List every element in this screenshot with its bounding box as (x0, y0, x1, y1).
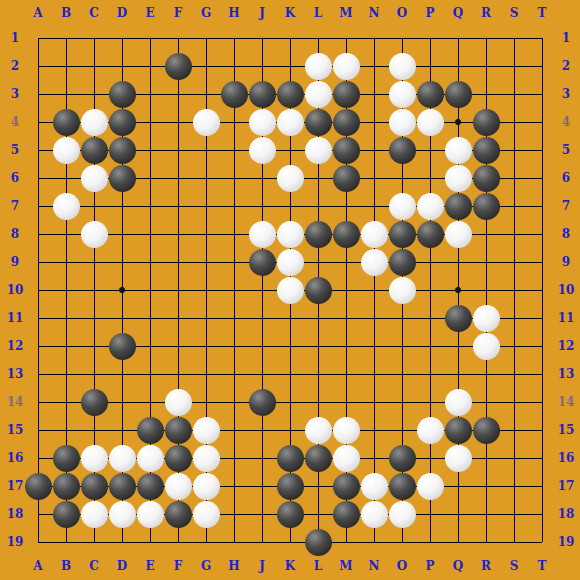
col-label-bottom-T: T (530, 559, 554, 573)
white-stone-P4[interactable] (417, 109, 444, 136)
col-label-top-N: N (362, 6, 386, 20)
black-stone-C14[interactable] (81, 389, 108, 416)
white-stone-P7[interactable] (417, 193, 444, 220)
col-label-top-B: B (54, 6, 78, 20)
row-label-left-2: 2 (3, 59, 27, 73)
col-label-top-H: H (222, 6, 246, 20)
black-stone-R5[interactable] (473, 137, 500, 164)
white-stone-Q8[interactable] (445, 221, 472, 248)
white-stone-O4[interactable] (389, 109, 416, 136)
col-label-top-G: G (194, 6, 218, 20)
row-label-left-18: 18 (3, 507, 27, 521)
col-label-top-L: L (306, 6, 330, 20)
black-stone-Q3[interactable] (445, 81, 472, 108)
black-stone-B4[interactable] (53, 109, 80, 136)
col-label-top-K: K (278, 6, 302, 20)
row-label-left-12: 12 (3, 339, 27, 353)
row-label-left-9: 9 (3, 255, 27, 269)
row-label-right-14: 14 (554, 395, 578, 409)
white-stone-G17[interactable] (193, 473, 220, 500)
col-label-top-P: P (418, 6, 442, 20)
black-stone-L10[interactable] (305, 277, 332, 304)
white-stone-C8[interactable] (81, 221, 108, 248)
white-stone-P17[interactable] (417, 473, 444, 500)
white-stone-D18[interactable] (109, 501, 136, 528)
star-point (455, 287, 461, 293)
black-stone-O9[interactable] (389, 249, 416, 276)
col-label-bottom-Q: Q (446, 559, 470, 573)
row-label-right-3: 3 (554, 87, 578, 101)
white-stone-N8[interactable] (361, 221, 388, 248)
row-label-left-3: 3 (3, 87, 27, 101)
black-stone-D6[interactable] (109, 165, 136, 192)
black-stone-A17[interactable] (25, 473, 52, 500)
go-board[interactable]: AABBCCDDEEFFGGHHJJKKLLMMNNOOPPQQRRSSTT11… (0, 0, 580, 580)
black-stone-F18[interactable] (165, 501, 192, 528)
white-stone-J8[interactable] (249, 221, 276, 248)
row-label-left-15: 15 (3, 423, 27, 437)
white-stone-O7[interactable] (389, 193, 416, 220)
col-label-bottom-P: P (418, 559, 442, 573)
col-label-bottom-F: F (166, 559, 190, 573)
white-stone-Q16[interactable] (445, 445, 472, 472)
white-stone-L2[interactable] (305, 53, 332, 80)
white-stone-Q6[interactable] (445, 165, 472, 192)
black-stone-O5[interactable] (389, 137, 416, 164)
row-label-left-8: 8 (3, 227, 27, 241)
col-label-bottom-N: N (362, 559, 386, 573)
col-label-bottom-E: E (138, 559, 162, 573)
white-stone-R12[interactable] (473, 333, 500, 360)
col-label-top-T: T (530, 6, 554, 20)
white-stone-C16[interactable] (81, 445, 108, 472)
row-label-right-8: 8 (554, 227, 578, 241)
black-stone-O17[interactable] (389, 473, 416, 500)
black-stone-P8[interactable] (417, 221, 444, 248)
black-stone-H3[interactable] (221, 81, 248, 108)
white-stone-G16[interactable] (193, 445, 220, 472)
black-stone-D17[interactable] (109, 473, 136, 500)
white-stone-P15[interactable] (417, 417, 444, 444)
black-stone-C5[interactable] (81, 137, 108, 164)
black-stone-M18[interactable] (333, 501, 360, 528)
row-label-left-1: 1 (3, 31, 27, 45)
white-stone-B7[interactable] (53, 193, 80, 220)
black-stone-F2[interactable] (165, 53, 192, 80)
white-stone-N18[interactable] (361, 501, 388, 528)
black-stone-K16[interactable] (277, 445, 304, 472)
row-label-right-4: 4 (554, 115, 578, 129)
col-label-top-F: F (166, 6, 190, 20)
white-stone-N17[interactable] (361, 473, 388, 500)
row-label-left-6: 6 (3, 171, 27, 185)
black-stone-D4[interactable] (109, 109, 136, 136)
col-label-top-A: A (26, 6, 50, 20)
white-stone-C6[interactable] (81, 165, 108, 192)
black-stone-M8[interactable] (333, 221, 360, 248)
black-stone-F16[interactable] (165, 445, 192, 472)
col-label-top-S: S (502, 6, 526, 20)
col-label-bottom-G: G (194, 559, 218, 573)
white-stone-F17[interactable] (165, 473, 192, 500)
row-label-right-6: 6 (554, 171, 578, 185)
white-stone-Q5[interactable] (445, 137, 472, 164)
black-stone-R4[interactable] (473, 109, 500, 136)
white-stone-L15[interactable] (305, 417, 332, 444)
black-stone-M17[interactable] (333, 473, 360, 500)
col-label-bottom-S: S (502, 559, 526, 573)
row-label-right-12: 12 (554, 339, 578, 353)
col-label-top-Q: Q (446, 6, 470, 20)
row-label-right-1: 1 (554, 31, 578, 45)
white-stone-J4[interactable] (249, 109, 276, 136)
col-label-top-M: M (334, 6, 358, 20)
black-stone-L16[interactable] (305, 445, 332, 472)
black-stone-L4[interactable] (305, 109, 332, 136)
black-stone-M6[interactable] (333, 165, 360, 192)
black-stone-Q7[interactable] (445, 193, 472, 220)
white-stone-K6[interactable] (277, 165, 304, 192)
white-stone-C18[interactable] (81, 501, 108, 528)
black-stone-L19[interactable] (305, 529, 332, 556)
white-stone-G18[interactable] (193, 501, 220, 528)
black-stone-C17[interactable] (81, 473, 108, 500)
white-stone-E18[interactable] (137, 501, 164, 528)
black-stone-K18[interactable] (277, 501, 304, 528)
col-label-bottom-H: H (222, 559, 246, 573)
row-label-left-19: 19 (3, 535, 27, 549)
black-stone-D3[interactable] (109, 81, 136, 108)
col-label-bottom-K: K (278, 559, 302, 573)
col-label-top-J: J (250, 6, 274, 20)
black-stone-M5[interactable] (333, 137, 360, 164)
white-stone-M2[interactable] (333, 53, 360, 80)
black-stone-J14[interactable] (249, 389, 276, 416)
black-stone-B18[interactable] (53, 501, 80, 528)
col-label-bottom-M: M (334, 559, 358, 573)
row-label-left-16: 16 (3, 451, 27, 465)
black-stone-J3[interactable] (249, 81, 276, 108)
row-label-right-17: 17 (554, 479, 578, 493)
row-label-right-11: 11 (554, 311, 578, 325)
star-point (455, 119, 461, 125)
star-point (119, 287, 125, 293)
row-label-left-13: 13 (3, 367, 27, 381)
row-label-right-18: 18 (554, 507, 578, 521)
white-stone-B5[interactable] (53, 137, 80, 164)
col-label-bottom-C: C (82, 559, 106, 573)
col-label-top-O: O (390, 6, 414, 20)
row-label-right-2: 2 (554, 59, 578, 73)
white-stone-J5[interactable] (249, 137, 276, 164)
white-stone-C4[interactable] (81, 109, 108, 136)
black-stone-Q11[interactable] (445, 305, 472, 332)
white-stone-D16[interactable] (109, 445, 136, 472)
row-label-right-5: 5 (554, 143, 578, 157)
white-stone-F14[interactable] (165, 389, 192, 416)
col-label-bottom-A: A (26, 559, 50, 573)
white-stone-Q14[interactable] (445, 389, 472, 416)
col-label-top-C: C (82, 6, 106, 20)
white-stone-O10[interactable] (389, 277, 416, 304)
row-label-left-4: 4 (3, 115, 27, 129)
white-stone-R11[interactable] (473, 305, 500, 332)
black-stone-R6[interactable] (473, 165, 500, 192)
white-stone-K4[interactable] (277, 109, 304, 136)
row-label-left-7: 7 (3, 199, 27, 213)
col-label-bottom-O: O (390, 559, 414, 573)
row-label-left-17: 17 (3, 479, 27, 493)
row-label-right-16: 16 (554, 451, 578, 465)
black-stone-R15[interactable] (473, 417, 500, 444)
white-stone-K8[interactable] (277, 221, 304, 248)
black-stone-K3[interactable] (277, 81, 304, 108)
row-label-left-14: 14 (3, 395, 27, 409)
white-stone-G15[interactable] (193, 417, 220, 444)
black-stone-M3[interactable] (333, 81, 360, 108)
col-label-bottom-J: J (250, 559, 274, 573)
white-stone-L3[interactable] (305, 81, 332, 108)
row-label-left-5: 5 (3, 143, 27, 157)
black-stone-J9[interactable] (249, 249, 276, 276)
white-stone-N9[interactable] (361, 249, 388, 276)
row-label-right-7: 7 (554, 199, 578, 213)
col-label-bottom-B: B (54, 559, 78, 573)
white-stone-O3[interactable] (389, 81, 416, 108)
row-label-left-11: 11 (3, 311, 27, 325)
black-stone-Q15[interactable] (445, 417, 472, 444)
col-label-bottom-L: L (306, 559, 330, 573)
white-stone-M15[interactable] (333, 417, 360, 444)
black-stone-F15[interactable] (165, 417, 192, 444)
black-stone-O8[interactable] (389, 221, 416, 248)
black-stone-D12[interactable] (109, 333, 136, 360)
col-label-bottom-R: R (474, 559, 498, 573)
white-stone-L5[interactable] (305, 137, 332, 164)
row-label-right-13: 13 (554, 367, 578, 381)
row-label-right-19: 19 (554, 535, 578, 549)
black-stone-K17[interactable] (277, 473, 304, 500)
black-stone-M4[interactable] (333, 109, 360, 136)
row-label-right-9: 9 (554, 255, 578, 269)
col-label-bottom-D: D (110, 559, 134, 573)
black-stone-B16[interactable] (53, 445, 80, 472)
black-stone-B17[interactable] (53, 473, 80, 500)
black-stone-L8[interactable] (305, 221, 332, 248)
white-stone-G4[interactable] (193, 109, 220, 136)
white-stone-O2[interactable] (389, 53, 416, 80)
black-stone-D5[interactable] (109, 137, 136, 164)
row-label-right-15: 15 (554, 423, 578, 437)
row-label-left-10: 10 (3, 283, 27, 297)
white-stone-M16[interactable] (333, 445, 360, 472)
col-label-top-E: E (138, 6, 162, 20)
black-stone-P3[interactable] (417, 81, 444, 108)
black-stone-O16[interactable] (389, 445, 416, 472)
white-stone-E16[interactable] (137, 445, 164, 472)
col-label-top-D: D (110, 6, 134, 20)
col-label-top-R: R (474, 6, 498, 20)
black-stone-E17[interactable] (137, 473, 164, 500)
black-stone-R7[interactable] (473, 193, 500, 220)
black-stone-E15[interactable] (137, 417, 164, 444)
white-stone-K10[interactable] (277, 277, 304, 304)
white-stone-K9[interactable] (277, 249, 304, 276)
row-label-right-10: 10 (554, 283, 578, 297)
white-stone-O18[interactable] (389, 501, 416, 528)
